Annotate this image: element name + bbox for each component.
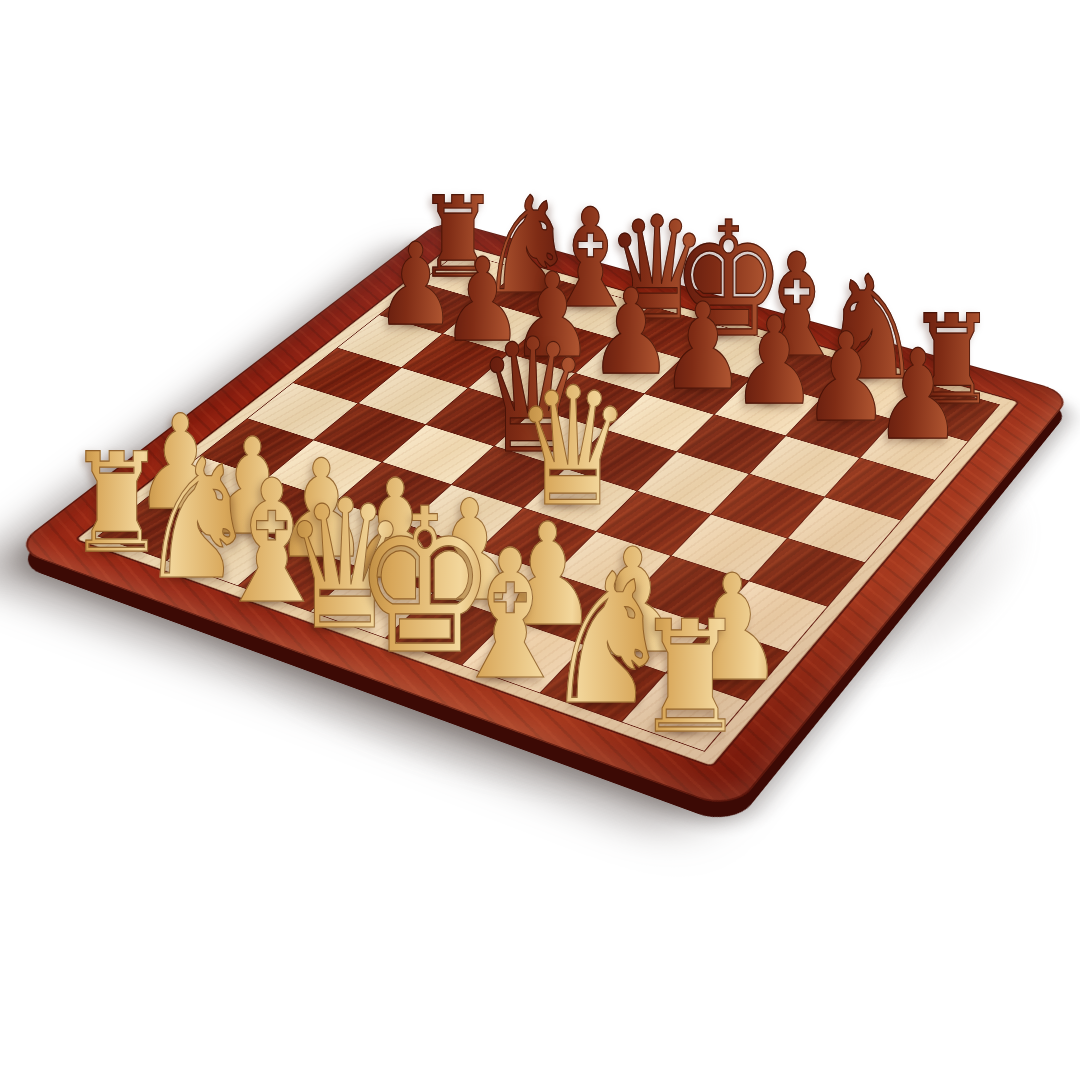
playing-grid xyxy=(97,252,1000,752)
product-photo-scene: ♜♞♝♛♚♝♞♜♟♟♟♟♟♟♟♟♛♛♟♟♟♟♟♟♟♟♜♞♝♛♚♝♞♜ xyxy=(0,0,1080,1080)
board-rosewood-frame xyxy=(11,219,1073,811)
board-maple-border xyxy=(77,244,1018,766)
chessboard-3d xyxy=(11,219,1073,811)
